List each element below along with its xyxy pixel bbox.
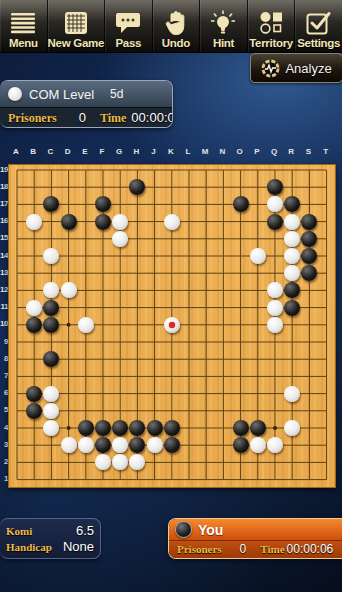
- toolbar: MenuNew GamePassUndoHintTerritorySetting…: [0, 0, 342, 53]
- row-label-10: 10: [0, 319, 8, 328]
- komi-label: Komi: [6, 525, 32, 537]
- row-label-4: 4: [0, 423, 8, 432]
- row-label-11: 11: [0, 302, 8, 311]
- stone-black-K3: [164, 437, 180, 453]
- stone-black-B5: [26, 403, 42, 419]
- you-prisoners-value: 0: [240, 542, 247, 556]
- gauge-pulse-icon: [261, 59, 280, 78]
- column-label-C: C: [43, 147, 57, 156]
- stone-black-O17: [233, 196, 249, 212]
- menu-icon: [10, 9, 36, 37]
- row-label-6: 6: [0, 388, 8, 397]
- last-move-marker: [169, 322, 175, 328]
- row-label-8: 8: [0, 354, 8, 363]
- stone-white-D12: [61, 282, 77, 298]
- com-prisoners-value: 0: [79, 110, 86, 125]
- stone-white-P14: [250, 248, 266, 264]
- white-stone-icon: [8, 87, 22, 101]
- stone-white-Q11: [267, 300, 283, 316]
- stone-black-F16: [95, 214, 111, 230]
- stone-white-B16: [26, 214, 42, 230]
- stone-white-R15: [284, 231, 300, 247]
- column-label-A: A: [9, 147, 23, 156]
- row-label-14: 14: [0, 251, 8, 260]
- row-label-16: 16: [0, 216, 8, 225]
- column-label-O: O: [233, 147, 247, 156]
- row-label-9: 9: [0, 337, 8, 346]
- black-stone-icon: [175, 521, 192, 538]
- you-time-value: 00:00:06: [287, 542, 334, 556]
- column-label-Q: Q: [267, 147, 281, 156]
- row-label-5: 5: [0, 405, 8, 414]
- go-board[interactable]: [8, 164, 336, 488]
- new-game-button[interactable]: New Game: [48, 0, 105, 52]
- stone-white-D3: [61, 437, 77, 453]
- shapes-icon: [259, 9, 283, 37]
- stone-black-F4: [95, 420, 111, 436]
- checkbox-icon: [306, 9, 331, 37]
- row-label-17: 17: [0, 199, 8, 208]
- board-grid-icon: [64, 9, 88, 37]
- lightbulb-icon: [209, 9, 237, 37]
- stone-black-C11: [43, 300, 59, 316]
- stone-black-Q16: [267, 214, 283, 230]
- column-label-M: M: [198, 147, 212, 156]
- stone-black-D16: [61, 214, 77, 230]
- stone-black-O3: [233, 437, 249, 453]
- toolbar-button-label: New Game: [48, 37, 104, 49]
- toolbar-button-label: Menu: [9, 37, 38, 49]
- menu-button[interactable]: Menu: [0, 0, 48, 52]
- com-time-value: 00:00:00: [131, 110, 173, 125]
- stone-black-B6: [26, 386, 42, 402]
- row-label-19: 19: [0, 165, 8, 174]
- toolbar-button-label: Undo: [162, 37, 190, 49]
- toolbar-button-label: Territory: [249, 37, 293, 49]
- row-label-2: 2: [0, 457, 8, 466]
- stone-black-O4: [233, 420, 249, 436]
- column-label-N: N: [215, 147, 229, 156]
- stone-white-G15: [112, 231, 128, 247]
- row-label-15: 15: [0, 233, 8, 242]
- stone-black-S16: [301, 214, 317, 230]
- com-time-label: Time: [100, 111, 126, 126]
- row-label-18: 18: [0, 182, 8, 191]
- stone-white-G16: [112, 214, 128, 230]
- column-label-P: P: [250, 147, 264, 156]
- you-prisoners-label: Prisoners: [177, 543, 222, 555]
- handicap-value: None: [63, 539, 94, 554]
- row-label-1: 1: [0, 474, 8, 483]
- toolbar-button-label: Pass: [115, 37, 141, 49]
- komi-value: 6.5: [76, 523, 94, 538]
- handicap-label: Handicap: [6, 541, 52, 553]
- stone-white-Q10: [267, 317, 283, 333]
- toolbar-button-label: Hint: [213, 37, 234, 49]
- analyze-label: Analyze: [285, 61, 331, 76]
- row-label-7: 7: [0, 371, 8, 380]
- territory-button[interactable]: Territory: [248, 0, 296, 52]
- stone-white-C6: [43, 386, 59, 402]
- go-app-screen: MenuNew GamePassUndoHintTerritorySetting…: [0, 0, 342, 592]
- stone-white-P3: [250, 437, 266, 453]
- column-label-H: H: [129, 147, 143, 156]
- toolbar-button-label: Settings: [297, 37, 340, 49]
- column-label-G: G: [112, 147, 126, 156]
- analyze-button[interactable]: Analyze: [250, 53, 342, 83]
- com-level-value: 5d: [110, 87, 123, 101]
- you-player-panel: You Prisoners 0 Time 00:00:06: [168, 518, 342, 559]
- stone-black-R11: [284, 300, 300, 316]
- speech-bubble-icon: [115, 9, 141, 37]
- row-label-13: 13: [0, 268, 8, 277]
- hint-button[interactable]: Hint: [200, 0, 248, 52]
- row-label-12: 12: [0, 285, 8, 294]
- you-title: You: [198, 522, 223, 538]
- stone-white-R6: [284, 386, 300, 402]
- column-label-F: F: [95, 147, 109, 156]
- stone-white-B11: [26, 300, 42, 316]
- stone-white-E3: [78, 437, 94, 453]
- column-label-J: J: [147, 147, 161, 156]
- stone-black-B10: [26, 317, 42, 333]
- column-label-B: B: [26, 147, 40, 156]
- you-time-label: Time: [260, 543, 284, 555]
- column-label-E: E: [78, 147, 92, 156]
- pass-button[interactable]: Pass: [105, 0, 153, 52]
- com-player-panel: COM Level 5d Prisoners 0 Time 00:00:00: [0, 80, 173, 128]
- com-level-title: COM Level: [29, 87, 94, 102]
- stone-black-K4: [164, 420, 180, 436]
- column-label-R: R: [284, 147, 298, 156]
- stone-white-E10: [78, 317, 94, 333]
- stone-white-J3: [147, 437, 163, 453]
- stone-black-E4: [78, 420, 94, 436]
- stone-white-K16: [164, 214, 180, 230]
- stone-black-J4: [147, 420, 163, 436]
- row-label-3: 3: [0, 440, 8, 449]
- column-label-D: D: [61, 147, 75, 156]
- column-label-K: K: [164, 147, 178, 156]
- settings-button[interactable]: Settings: [295, 0, 342, 52]
- column-label-T: T: [319, 147, 333, 156]
- hand-icon: [164, 9, 188, 37]
- column-label-L: L: [181, 147, 195, 156]
- column-label-S: S: [301, 147, 315, 156]
- game-info-panel: Komi 6.5 Handicap None: [0, 518, 101, 559]
- stone-white-R16: [284, 214, 300, 230]
- stone-black-P4: [250, 420, 266, 436]
- com-prisoners-label: Prisoners: [8, 111, 57, 126]
- undo-button[interactable]: Undo: [153, 0, 201, 52]
